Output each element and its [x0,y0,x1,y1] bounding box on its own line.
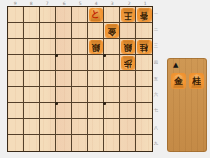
hoshi-star-point [103,102,106,105]
hoshi-star-point [103,54,106,57]
hand-piece[interactable]: 桂 [189,73,204,89]
board-cell[interactable] [136,71,152,87]
piece-glyph: 香 [138,8,150,22]
board-cell[interactable] [56,39,72,55]
board-piece[interactable]: 桂 [137,40,152,54]
board-cell[interactable] [120,87,136,103]
board-cell[interactable] [120,71,136,87]
piece-tile: 桂 [190,74,203,88]
board-cell[interactable] [56,135,72,151]
board-cell[interactable] [24,23,40,39]
piece-tile: 銀 [122,40,134,54]
shogi-board: と王香金銀銀桂歩 [7,6,153,152]
board-cell[interactable] [88,135,104,151]
piece-glyph: 桂 [138,40,150,54]
board-cell[interactable] [72,119,88,135]
board-cell[interactable] [104,7,120,23]
board-cell[interactable] [40,55,56,71]
board-cell[interactable] [104,87,120,103]
board-cell[interactable] [72,103,88,119]
piece-tile: 歩 [122,56,134,70]
board-cell[interactable] [104,71,120,87]
board-piece[interactable]: 銀 [121,40,135,54]
hand-piece[interactable]: 金 [171,73,186,89]
rank-label: 九 [153,138,159,150]
board-cell[interactable] [56,7,72,23]
piece-tile: 金 [172,74,185,88]
board-cell[interactable] [8,87,24,103]
hand-piece-glyph: 桂 [190,74,203,88]
board-cell[interactable] [56,55,72,71]
board-cell[interactable] [24,55,40,71]
board-cell[interactable] [24,71,40,87]
hoshi-star-point [55,102,58,105]
piece-tile: 王 [122,8,134,22]
piece-tile: と [90,8,102,22]
board-cell[interactable] [56,23,72,39]
board-cell[interactable] [72,7,88,23]
board-cell[interactable] [8,39,24,55]
rank-label: 六 [153,89,159,101]
board-cell[interactable]: 王 [120,7,136,23]
board-cell[interactable] [104,135,120,151]
board-cell[interactable] [88,87,104,103]
board-cell[interactable] [120,119,136,135]
board-cell[interactable] [136,103,152,119]
board-cell[interactable] [104,39,120,55]
piece-glyph: 銀 [90,40,102,54]
board-piece[interactable]: 歩 [121,56,135,70]
board-cell[interactable] [56,87,72,103]
board-cell[interactable] [72,135,88,151]
board-cell[interactable] [88,103,104,119]
board-cell[interactable]: 桂 [136,39,152,55]
board-cell[interactable] [88,119,104,135]
shogi-board-area: と王香金銀銀桂歩 [7,6,153,152]
piece-glyph: 金 [106,24,118,38]
board-cell[interactable] [40,103,56,119]
komadai-piece-stand: ▲ 金桂 [167,58,207,152]
page-root: { "game": "shogi", "diagram_type": "tsum… [0,0,210,158]
board-piece[interactable]: 香 [137,8,152,22]
board-cell[interactable] [120,135,136,151]
board-cell[interactable] [40,23,56,39]
board-cell[interactable] [8,119,24,135]
board-cell[interactable] [40,135,56,151]
board-cell[interactable] [40,71,56,87]
hand-piece-glyph: 金 [172,74,185,88]
board-cell[interactable] [8,103,24,119]
board-cell[interactable]: 銀 [120,39,136,55]
rank-label: 二 [153,24,159,36]
board-cell[interactable] [56,71,72,87]
board-piece[interactable]: 王 [121,8,135,22]
board-cell[interactable] [104,119,120,135]
board-cell[interactable] [40,7,56,23]
board-cell[interactable] [72,39,88,55]
board-cell[interactable] [56,119,72,135]
rank-label: 八 [153,122,159,134]
board-cell[interactable] [72,71,88,87]
board-cell[interactable] [88,71,104,87]
board-cell[interactable] [56,103,72,119]
board-cell[interactable] [88,55,104,71]
board-cell[interactable] [40,119,56,135]
rank-coordinate-labels: 一二三四五六七八九 [153,6,161,152]
board-cell[interactable] [104,103,120,119]
board-cell[interactable] [24,7,40,23]
board-cell[interactable] [8,71,24,87]
board-cell[interactable] [120,23,136,39]
rank-label: 四 [153,57,159,69]
board-cell[interactable] [104,55,120,71]
piece-glyph: 王 [122,8,134,22]
board-cell[interactable] [40,39,56,55]
board-cell[interactable] [120,103,136,119]
board-cell[interactable] [136,55,152,71]
board-piece[interactable]: 金 [105,24,119,38]
piece-glyph: 歩 [122,56,134,70]
hoshi-star-point [55,54,58,57]
board-cell[interactable] [136,23,152,39]
rank-label: 七 [153,106,159,118]
piece-tile: 金 [106,24,118,38]
board-cell[interactable] [72,87,88,103]
board-cell[interactable]: と [88,7,104,23]
board-cell[interactable] [24,135,40,151]
board-cell[interactable] [24,39,40,55]
board-cell[interactable] [8,7,24,23]
sente-turn-marker: ▲ [173,61,178,69]
board-cell[interactable] [8,55,24,71]
piece-tile: 香 [138,8,150,22]
board-cell[interactable] [40,87,56,103]
board-cell[interactable] [24,103,40,119]
board-cell[interactable]: 金 [104,23,120,39]
rank-label: 一 [153,8,159,20]
board-cell[interactable] [8,23,24,39]
board-cell[interactable] [136,135,152,151]
piece-tile: 桂 [138,40,150,54]
board-cell[interactable] [136,119,152,135]
board-cell[interactable] [72,55,88,71]
board-cell[interactable] [88,23,104,39]
board-cell[interactable]: 香 [136,7,152,23]
board-cell[interactable]: 銀 [88,39,104,55]
board-cell[interactable] [136,87,152,103]
rank-label: 三 [153,41,159,53]
board-cell[interactable] [24,119,40,135]
piece-glyph: 銀 [122,40,134,54]
board-cell[interactable] [72,23,88,39]
board-cell[interactable]: 歩 [120,55,136,71]
piece-tile: 銀 [90,40,102,54]
board-cell[interactable] [24,87,40,103]
board-piece[interactable]: と [89,8,103,22]
board-piece[interactable]: 銀 [89,40,103,54]
piece-glyph: と [90,8,102,22]
board-cell[interactable] [8,135,24,151]
rank-label: 五 [153,73,159,85]
